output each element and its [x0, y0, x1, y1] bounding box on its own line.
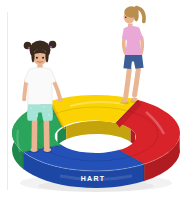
shorts-dot — [36, 115, 37, 116]
left-girl-shirt — [24, 68, 56, 105]
photo-canvas: HART — [0, 0, 187, 200]
shorts-dot — [30, 107, 31, 108]
shorts-dot — [33, 111, 34, 112]
right-girl-shorts — [123, 55, 143, 69]
shorts-dot — [43, 106, 44, 107]
right-girl-eye — [125, 16, 127, 18]
left-girl-hand-right — [58, 97, 63, 102]
left-girl-eye-right — [42, 57, 44, 59]
left-girl-foot-right — [44, 148, 51, 152]
right-girl-leg-back — [135, 70, 139, 96]
child-right — [120, 6, 144, 104]
left-girl-hand-left — [22, 97, 26, 101]
ring-inner-wall-green — [57, 126, 66, 146]
right-girl-leg-front — [126, 70, 130, 97]
brand-logo-text: HART — [81, 175, 106, 182]
left-girl-eye-left — [36, 57, 38, 59]
right-girl-hair-side — [134, 11, 139, 22]
product-photo: HART — [0, 0, 187, 200]
right-girl-foot-back — [131, 97, 138, 101]
right-girl-foot-front — [121, 99, 128, 103]
shorts-dot — [48, 114, 49, 115]
left-girl-strand-right — [45, 50, 48, 63]
left-girl-strand-left — [31, 50, 34, 63]
left-girl-foot-left — [31, 148, 38, 152]
left-girl-arm-right — [54, 81, 60, 97]
left-girl-arm-left — [24, 81, 26, 97]
